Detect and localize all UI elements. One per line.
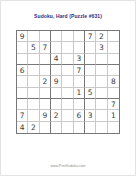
sudoku-cell[interactable] — [85, 42, 96, 53]
sudoku-page: Sudoku, Hard (Puzzle #631) 9725734367298… — [0, 0, 136, 176]
sudoku-cell[interactable] — [108, 65, 119, 76]
sudoku-cell[interactable] — [108, 88, 119, 99]
sudoku-cell[interactable]: 3 — [74, 54, 85, 65]
sudoku-cell[interactable] — [28, 99, 39, 110]
sudoku-cell[interactable]: 2 — [51, 110, 62, 121]
sudoku-cell[interactable] — [62, 76, 73, 87]
sudoku-cell[interactable] — [40, 99, 51, 110]
sudoku-cell[interactable]: 6 — [74, 110, 85, 121]
sudoku-board: 972573436729815779263142 — [16, 30, 120, 134]
sudoku-cell[interactable] — [51, 65, 62, 76]
sudoku-cell[interactable]: 5 — [85, 88, 96, 99]
sudoku-cell[interactable] — [74, 99, 85, 110]
sudoku-cell[interactable] — [108, 42, 119, 53]
sudoku-cell[interactable]: 4 — [17, 122, 28, 133]
sudoku-cell[interactable] — [62, 31, 73, 42]
sudoku-cell[interactable]: 1 — [108, 110, 119, 121]
sudoku-cell[interactable] — [74, 122, 85, 133]
puzzle-title: Sudoku, Hard (Puzzle #631) — [1, 13, 135, 19]
sudoku-cell[interactable] — [28, 88, 39, 99]
sudoku-cell[interactable] — [17, 88, 28, 99]
sudoku-cell[interactable] — [108, 31, 119, 42]
sudoku-cell[interactable] — [96, 88, 107, 99]
sudoku-cell[interactable]: 7 — [40, 42, 51, 53]
sudoku-cell[interactable] — [40, 54, 51, 65]
sudoku-cell[interactable] — [74, 42, 85, 53]
sudoku-cell[interactable] — [62, 42, 73, 53]
sudoku-cell[interactable] — [40, 122, 51, 133]
sudoku-cell[interactable]: 1 — [74, 88, 85, 99]
sudoku-cell[interactable]: 8 — [108, 76, 119, 87]
sudoku-cell[interactable]: 9 — [17, 31, 28, 42]
sudoku-cell[interactable] — [62, 54, 73, 65]
sudoku-cell[interactable] — [108, 122, 119, 133]
sudoku-cell[interactable] — [40, 65, 51, 76]
sudoku-cell[interactable] — [17, 76, 28, 87]
sudoku-cell[interactable] — [96, 122, 107, 133]
sudoku-cell[interactable] — [62, 110, 73, 121]
sudoku-cell[interactable]: 5 — [28, 42, 39, 53]
sudoku-cell[interactable] — [28, 76, 39, 87]
sudoku-cell[interactable]: 2 — [28, 122, 39, 133]
sudoku-cell[interactable]: 7 — [85, 31, 96, 42]
sudoku-cell[interactable]: 3 — [85, 110, 96, 121]
sudoku-cell[interactable] — [85, 54, 96, 65]
sudoku-cell[interactable] — [51, 42, 62, 53]
sudoku-cell[interactable] — [40, 88, 51, 99]
sudoku-cell[interactable]: 2 — [40, 76, 51, 87]
footer-url: www.PrintSudoku.com — [1, 164, 135, 168]
sudoku-cell[interactable] — [17, 54, 28, 65]
sudoku-cell[interactable]: 3 — [96, 42, 107, 53]
sudoku-cell[interactable]: 6 — [17, 65, 28, 76]
sudoku-cell[interactable] — [96, 54, 107, 65]
sudoku-cell[interactable] — [85, 76, 96, 87]
sudoku-cell[interactable] — [51, 99, 62, 110]
sudoku-cell[interactable] — [51, 122, 62, 133]
sudoku-cell[interactable] — [96, 65, 107, 76]
sudoku-cell[interactable] — [62, 122, 73, 133]
sudoku-cell[interactable] — [85, 99, 96, 110]
sudoku-cell[interactable] — [85, 65, 96, 76]
sudoku-cell[interactable]: 7 — [17, 110, 28, 121]
sudoku-cell[interactable] — [62, 88, 73, 99]
sudoku-cell[interactable]: 9 — [51, 76, 62, 87]
sudoku-cell[interactable] — [85, 122, 96, 133]
sudoku-cell[interactable]: 9 — [40, 110, 51, 121]
sudoku-cell[interactable] — [96, 99, 107, 110]
sudoku-cell[interactable] — [74, 76, 85, 87]
sudoku-cell[interactable] — [17, 99, 28, 110]
sudoku-cell[interactable]: 2 — [96, 31, 107, 42]
sudoku-cell[interactable]: 7 — [108, 99, 119, 110]
sudoku-cell[interactable] — [51, 31, 62, 42]
sudoku-cell[interactable]: 4 — [51, 54, 62, 65]
sudoku-cell[interactable] — [28, 54, 39, 65]
sudoku-cell[interactable] — [28, 110, 39, 121]
sudoku-cell[interactable] — [96, 110, 107, 121]
sudoku-cell[interactable] — [108, 54, 119, 65]
sudoku-cell[interactable] — [62, 65, 73, 76]
sudoku-cell[interactable] — [28, 65, 39, 76]
sudoku-cell[interactable] — [96, 76, 107, 87]
sudoku-cell[interactable] — [17, 42, 28, 53]
sudoku-cell[interactable] — [40, 31, 51, 42]
sudoku-cell[interactable] — [74, 31, 85, 42]
sudoku-cell[interactable]: 7 — [74, 65, 85, 76]
sudoku-cell[interactable] — [51, 88, 62, 99]
sudoku-cell[interactable] — [62, 99, 73, 110]
sudoku-cell[interactable] — [28, 31, 39, 42]
